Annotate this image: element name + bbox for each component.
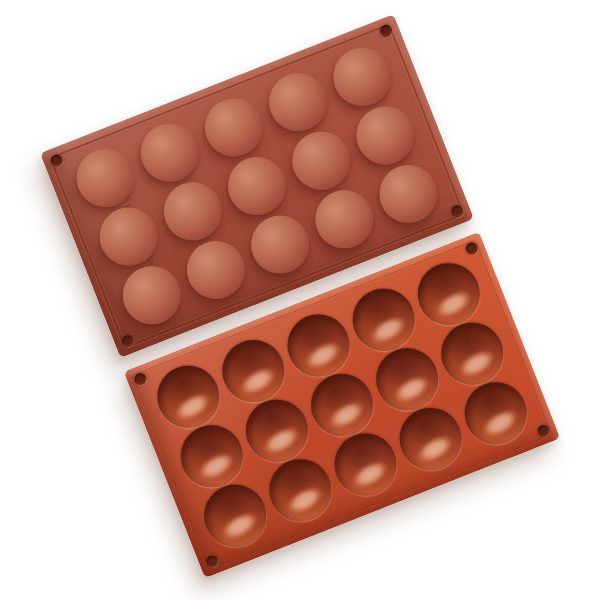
mold-dome [91,199,166,274]
mold-dome [284,123,359,198]
mold-dome [155,174,230,249]
mold-dome [348,98,423,173]
mold-dome [219,148,294,223]
photo-scene: MEOLS® [0,0,600,600]
